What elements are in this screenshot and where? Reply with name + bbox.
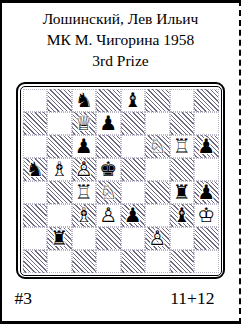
award: 3rd Prize bbox=[2, 50, 239, 71]
piece-wR-g6: ♖ bbox=[173, 135, 191, 158]
stipulation-label: #3 bbox=[15, 288, 33, 309]
square-f8 bbox=[145, 89, 170, 112]
square-a8 bbox=[23, 89, 48, 112]
piece-wR-c4: ♖ bbox=[75, 181, 93, 204]
piece-bN-a5: ♞ bbox=[26, 158, 44, 181]
square-g3: ♝ bbox=[170, 204, 195, 227]
square-c3: ♗ bbox=[72, 204, 97, 227]
piece-wP-f2: ♙ bbox=[148, 227, 166, 250]
square-b6 bbox=[47, 135, 72, 158]
board-frame-outer: ♞♝♕♟♟♘♖♟♞♗♙♚♖♘♜♟♗♙♟♝♔♜♙ bbox=[16, 82, 225, 279]
caption-row: #3 11+12 bbox=[15, 288, 227, 309]
square-e6 bbox=[121, 135, 146, 158]
square-b2: ♜ bbox=[47, 227, 72, 250]
piece-wN-f6: ♘ bbox=[148, 135, 166, 158]
square-h4: ♟ bbox=[194, 181, 219, 204]
square-g6: ♖ bbox=[170, 135, 195, 158]
piece-wQ-c7: ♕ bbox=[75, 112, 93, 135]
square-d3: ♙ bbox=[96, 204, 121, 227]
square-d7: ♟ bbox=[96, 112, 121, 135]
piece-bB-e8: ♝ bbox=[124, 89, 142, 112]
square-e1 bbox=[121, 250, 146, 273]
composer-name: Лошинский, Лев Ильич bbox=[2, 8, 239, 29]
square-a5: ♞ bbox=[23, 158, 48, 181]
piece-wP-d3: ♙ bbox=[99, 204, 117, 227]
square-f6: ♘ bbox=[145, 135, 170, 158]
square-a6 bbox=[23, 135, 48, 158]
square-f2: ♙ bbox=[145, 227, 170, 250]
piece-bN-c8: ♞ bbox=[75, 89, 93, 112]
square-g5 bbox=[170, 158, 195, 181]
piece-wB-b5: ♗ bbox=[50, 158, 68, 181]
square-c7: ♕ bbox=[72, 112, 97, 135]
square-h8 bbox=[194, 89, 219, 112]
square-g4: ♜ bbox=[170, 181, 195, 204]
tournament-name: МК М. Чигорина 1958 bbox=[2, 29, 239, 50]
piece-bP-h4: ♟ bbox=[197, 181, 215, 204]
problem-card: Лошинский, Лев Ильич МК М. Чигорина 1958… bbox=[0, 0, 241, 324]
square-e7 bbox=[121, 112, 146, 135]
square-d6 bbox=[96, 135, 121, 158]
square-h1 bbox=[194, 250, 219, 273]
piece-bB-g3: ♝ bbox=[173, 204, 191, 227]
square-f3 bbox=[145, 204, 170, 227]
square-h3: ♔ bbox=[194, 204, 219, 227]
square-f4 bbox=[145, 181, 170, 204]
square-b4 bbox=[47, 181, 72, 204]
square-c8: ♞ bbox=[72, 89, 97, 112]
square-a2 bbox=[23, 227, 48, 250]
square-g8 bbox=[170, 89, 195, 112]
board-grid: ♞♝♕♟♟♘♖♟♞♗♙♚♖♘♜♟♗♙♟♝♔♜♙ bbox=[23, 89, 219, 273]
square-d1 bbox=[96, 250, 121, 273]
square-h2 bbox=[194, 227, 219, 250]
piece-bP-h6: ♟ bbox=[197, 135, 215, 158]
piece-wB-c3: ♗ bbox=[75, 204, 93, 227]
material-count-label: 11+12 bbox=[170, 288, 226, 309]
square-c5: ♙ bbox=[72, 158, 97, 181]
piece-wP-c5: ♙ bbox=[75, 158, 93, 181]
square-c6: ♟ bbox=[72, 135, 97, 158]
square-e4 bbox=[121, 181, 146, 204]
square-h5 bbox=[194, 158, 219, 181]
square-d5: ♚ bbox=[96, 158, 121, 181]
square-h6: ♟ bbox=[194, 135, 219, 158]
piece-bK-d5: ♚ bbox=[99, 158, 117, 181]
piece-bR-b2: ♜ bbox=[50, 227, 68, 250]
square-b8 bbox=[47, 89, 72, 112]
piece-bP-e3: ♟ bbox=[124, 204, 142, 227]
problem-header: Лошинский, Лев Ильич МК М. Чигорина 1958… bbox=[2, 8, 239, 71]
piece-bP-d7: ♟ bbox=[99, 112, 117, 135]
square-c4: ♖ bbox=[72, 181, 97, 204]
square-d4: ♘ bbox=[96, 181, 121, 204]
square-e2 bbox=[121, 227, 146, 250]
square-a4 bbox=[23, 181, 48, 204]
square-a3 bbox=[23, 204, 48, 227]
square-e8: ♝ bbox=[121, 89, 146, 112]
square-b3 bbox=[47, 204, 72, 227]
square-h7 bbox=[194, 112, 219, 135]
square-c1 bbox=[72, 250, 97, 273]
square-a7 bbox=[23, 112, 48, 135]
square-f5 bbox=[145, 158, 170, 181]
square-e5 bbox=[121, 158, 146, 181]
square-f1 bbox=[145, 250, 170, 273]
piece-wN-d4: ♘ bbox=[99, 181, 117, 204]
square-g7 bbox=[170, 112, 195, 135]
square-d2 bbox=[96, 227, 121, 250]
piece-bR-g4: ♜ bbox=[173, 181, 191, 204]
square-f7 bbox=[145, 112, 170, 135]
piece-bP-c6: ♟ bbox=[75, 135, 93, 158]
square-b7 bbox=[47, 112, 72, 135]
square-b5: ♗ bbox=[47, 158, 72, 181]
square-b1 bbox=[47, 250, 72, 273]
piece-wK-h3: ♔ bbox=[197, 204, 215, 227]
square-g2 bbox=[170, 227, 195, 250]
square-a1 bbox=[23, 250, 48, 273]
square-d8 bbox=[96, 89, 121, 112]
board-frame-inner: ♞♝♕♟♟♘♖♟♞♗♙♚♖♘♜♟♗♙♟♝♔♜♙ bbox=[20, 86, 222, 276]
square-e3: ♟ bbox=[121, 204, 146, 227]
square-g1 bbox=[170, 250, 195, 273]
square-c2 bbox=[72, 227, 97, 250]
